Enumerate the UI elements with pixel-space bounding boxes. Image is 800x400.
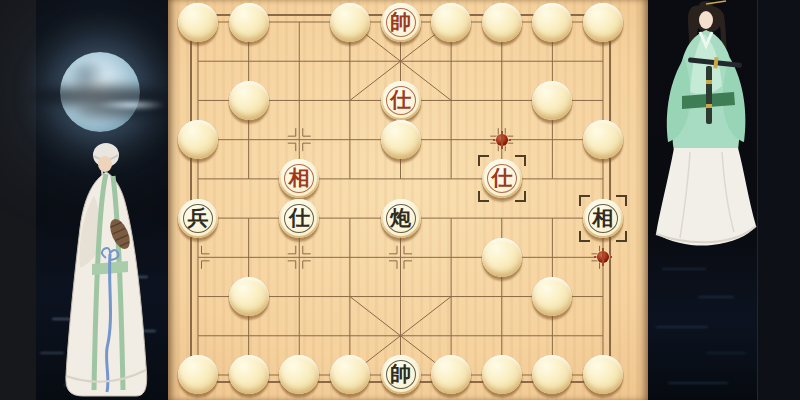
pieces-layer: 帥仕相仕兵仕炮相帥 [168,0,648,400]
piece-hidden[interactable] [583,355,623,394]
piece-hidden[interactable] [178,120,218,159]
piece-hidden[interactable] [482,3,522,42]
moon-glint [96,100,166,110]
piece-red-elephant[interactable]: 相 [279,159,319,198]
piece-hidden[interactable] [482,355,522,394]
piece-hidden[interactable] [532,277,572,316]
piece-hidden[interactable] [583,120,623,159]
piece-hidden[interactable] [279,355,319,394]
piece-red-advisor[interactable]: 仕 [381,81,421,120]
left-edge-strip [0,0,36,400]
piece-hidden[interactable] [229,3,269,42]
piece-hidden[interactable] [532,81,572,120]
piece-hidden[interactable] [229,81,269,120]
piece-hidden[interactable] [178,3,218,42]
piece-black-advisor[interactable]: 仕 [279,199,319,238]
right-edge-strip [757,0,800,400]
right-character-illustration [654,0,758,248]
piece-black-elephant[interactable]: 相 [583,199,623,238]
piece-black-general[interactable]: 帥 [381,355,421,394]
piece-hidden[interactable] [229,355,269,394]
game-screen: 帥仕相仕兵仕炮相帥 [0,0,800,400]
right-scene [648,0,800,400]
last-move-origin-marker [594,248,612,266]
piece-hidden[interactable] [482,238,522,277]
piece-black-soldier[interactable]: 兵 [178,199,218,238]
left-scene [0,0,168,400]
piece-hidden[interactable] [229,277,269,316]
piece-red-general[interactable]: 帥 [381,3,421,42]
piece-hidden[interactable] [431,3,471,42]
piece-hidden[interactable] [178,355,218,394]
water-ripple [706,352,746,354]
piece-hidden[interactable] [532,355,572,394]
water-ripple [662,268,706,270]
piece-black-cannon[interactable]: 炮 [381,199,421,238]
piece-hidden[interactable] [330,3,370,42]
water-ripple [668,382,728,384]
piece-hidden[interactable] [532,3,572,42]
xiangqi-board[interactable]: 帥仕相仕兵仕炮相帥 [168,0,648,400]
piece-hidden[interactable] [330,355,370,394]
piece-hidden[interactable] [583,3,623,42]
water-ripple [698,296,734,298]
piece-hidden[interactable] [381,120,421,159]
piece-red-advisor[interactable]: 仕 [482,159,522,198]
left-character-illustration [56,138,154,398]
last-move-origin-marker [493,131,511,149]
water-ripple [656,326,708,328]
piece-hidden[interactable] [431,355,471,394]
